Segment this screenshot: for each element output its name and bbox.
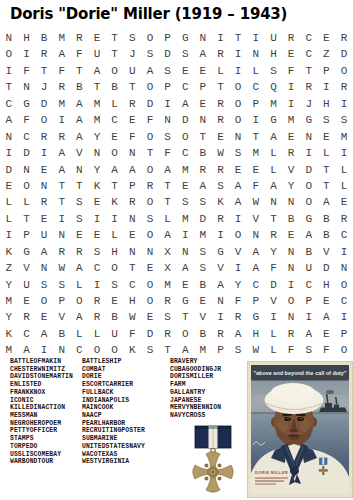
grid-cell[interactable]: D bbox=[141, 96, 159, 112]
grid-cell[interactable]: S bbox=[159, 309, 177, 325]
grid-cell[interactable]: U bbox=[88, 46, 106, 62]
grid-cell[interactable]: C bbox=[71, 342, 89, 358]
grid-cell[interactable]: O bbox=[229, 112, 247, 128]
grid-cell[interactable]: C bbox=[106, 112, 124, 128]
grid-cell[interactable]: O bbox=[88, 342, 106, 358]
grid-cell[interactable]: E bbox=[318, 326, 336, 342]
grid-cell[interactable]: O bbox=[106, 145, 124, 161]
grid-cell[interactable]: A bbox=[35, 326, 53, 342]
grid-cell[interactable]: S bbox=[194, 244, 212, 260]
grid-cell[interactable]: S bbox=[35, 277, 53, 293]
grid-cell[interactable]: B bbox=[318, 211, 336, 227]
grid-cell[interactable]: Z bbox=[0, 260, 18, 276]
grid-cell[interactable]: N bbox=[53, 227, 71, 243]
grid-cell[interactable]: I bbox=[212, 30, 230, 46]
grid-cell[interactable]: M bbox=[176, 211, 194, 227]
grid-cell[interactable]: I bbox=[335, 145, 353, 161]
grid-cell[interactable]: N bbox=[194, 30, 212, 46]
grid-cell[interactable]: T bbox=[300, 63, 318, 79]
grid-cell[interactable]: M bbox=[176, 162, 194, 178]
grid-cell[interactable]: L bbox=[335, 178, 353, 194]
grid-cell[interactable]: P bbox=[53, 293, 71, 309]
grid-cell[interactable]: A bbox=[318, 194, 336, 210]
grid-cell[interactable]: B bbox=[71, 79, 89, 95]
grid-cell[interactable]: C bbox=[176, 79, 194, 95]
grid-cell[interactable]: S bbox=[141, 211, 159, 227]
grid-cell[interactable]: I bbox=[53, 112, 71, 128]
grid-cell[interactable]: H bbox=[106, 244, 124, 260]
grid-cell[interactable]: N bbox=[0, 30, 18, 46]
grid-cell[interactable]: R bbox=[35, 194, 53, 210]
grid-cell[interactable]: K bbox=[88, 178, 106, 194]
grid-cell[interactable]: R bbox=[335, 30, 353, 46]
grid-cell[interactable]: S bbox=[176, 194, 194, 210]
grid-cell[interactable]: B bbox=[318, 227, 336, 243]
grid-cell[interactable]: N bbox=[176, 244, 194, 260]
grid-cell[interactable]: L bbox=[159, 211, 177, 227]
grid-cell[interactable]: N bbox=[18, 162, 36, 178]
grid-cell[interactable]: R bbox=[159, 326, 177, 342]
grid-cell[interactable]: G bbox=[176, 30, 194, 46]
grid-cell[interactable]: I bbox=[247, 112, 265, 128]
grid-cell[interactable]: I bbox=[229, 211, 247, 227]
grid-cell[interactable]: N bbox=[88, 145, 106, 161]
grid-cell[interactable]: E bbox=[318, 293, 336, 309]
grid-cell[interactable]: M bbox=[53, 30, 71, 46]
grid-cell[interactable]: I bbox=[212, 227, 230, 243]
grid-cell[interactable]: N bbox=[282, 260, 300, 276]
grid-cell[interactable]: G bbox=[300, 211, 318, 227]
grid-cell[interactable]: S bbox=[212, 178, 230, 194]
grid-cell[interactable]: L bbox=[212, 63, 230, 79]
grid-cell[interactable]: R bbox=[212, 326, 230, 342]
grid-cell[interactable]: L bbox=[18, 194, 36, 210]
grid-cell[interactable]: S bbox=[88, 244, 106, 260]
grid-cell[interactable]: Z bbox=[318, 46, 336, 62]
grid-cell[interactable]: N bbox=[247, 227, 265, 243]
grid-cell[interactable]: F bbox=[18, 63, 36, 79]
grid-cell[interactable]: E bbox=[141, 309, 159, 325]
grid-cell[interactable]: I bbox=[0, 145, 18, 161]
grid-cell[interactable]: N bbox=[212, 293, 230, 309]
grid-cell[interactable]: P bbox=[123, 178, 141, 194]
grid-cell[interactable]: O bbox=[106, 342, 124, 358]
grid-cell[interactable]: L bbox=[71, 277, 89, 293]
grid-cell[interactable]: O bbox=[282, 293, 300, 309]
grid-cell[interactable]: F bbox=[18, 112, 36, 128]
grid-cell[interactable]: I bbox=[176, 227, 194, 243]
grid-cell[interactable]: T bbox=[35, 63, 53, 79]
grid-cell[interactable]: R bbox=[71, 244, 89, 260]
grid-cell[interactable]: R bbox=[335, 211, 353, 227]
grid-cell[interactable]: H bbox=[123, 293, 141, 309]
grid-cell[interactable]: E bbox=[318, 30, 336, 46]
grid-cell[interactable]: L bbox=[106, 227, 124, 243]
grid-cell[interactable]: D bbox=[35, 96, 53, 112]
grid-cell[interactable]: G bbox=[300, 112, 318, 128]
grid-cell[interactable]: P bbox=[159, 30, 177, 46]
grid-cell[interactable]: B bbox=[106, 79, 124, 95]
grid-cell[interactable]: P bbox=[194, 79, 212, 95]
grid-cell[interactable]: A bbox=[53, 145, 71, 161]
grid-cell[interactable]: E bbox=[194, 293, 212, 309]
grid-cell[interactable]: L bbox=[265, 162, 283, 178]
grid-cell[interactable]: C bbox=[335, 227, 353, 243]
grid-cell[interactable]: R bbox=[35, 46, 53, 62]
grid-cell[interactable]: R bbox=[88, 293, 106, 309]
grid-cell[interactable]: P bbox=[212, 342, 230, 358]
grid-cell[interactable]: I bbox=[106, 211, 124, 227]
grid-cell[interactable]: F bbox=[159, 145, 177, 161]
grid-cell[interactable]: N bbox=[300, 129, 318, 145]
grid-cell[interactable]: K bbox=[123, 342, 141, 358]
grid-cell[interactable]: S bbox=[141, 46, 159, 62]
grid-cell[interactable]: I bbox=[335, 309, 353, 325]
grid-cell[interactable]: I bbox=[35, 145, 53, 161]
grid-cell[interactable]: E bbox=[35, 309, 53, 325]
grid-cell[interactable]: U bbox=[123, 63, 141, 79]
grid-cell[interactable]: B bbox=[194, 277, 212, 293]
grid-cell[interactable]: T bbox=[318, 178, 336, 194]
grid-cell[interactable]: T bbox=[106, 30, 124, 46]
grid-cell[interactable]: R bbox=[282, 326, 300, 342]
grid-cell[interactable]: F bbox=[123, 326, 141, 342]
grid-cell[interactable]: R bbox=[265, 227, 283, 243]
grid-cell[interactable]: S bbox=[71, 211, 89, 227]
grid-cell[interactable]: T bbox=[53, 178, 71, 194]
grid-cell[interactable]: S bbox=[53, 277, 71, 293]
grid-cell[interactable]: G bbox=[18, 96, 36, 112]
grid-cell[interactable]: A bbox=[247, 244, 265, 260]
grid-cell[interactable]: O bbox=[71, 293, 89, 309]
grid-cell[interactable]: V bbox=[18, 260, 36, 276]
grid-cell[interactable]: C bbox=[300, 30, 318, 46]
grid-cell[interactable]: D bbox=[335, 46, 353, 62]
grid-cell[interactable]: F bbox=[123, 129, 141, 145]
grid-cell[interactable]: I bbox=[35, 342, 53, 358]
grid-cell[interactable]: A bbox=[0, 112, 18, 128]
grid-cell[interactable]: N bbox=[282, 244, 300, 260]
grid-cell[interactable]: O bbox=[141, 79, 159, 95]
grid-cell[interactable]: A bbox=[300, 227, 318, 243]
grid-cell[interactable]: O bbox=[35, 293, 53, 309]
grid-cell[interactable]: T bbox=[18, 211, 36, 227]
grid-cell[interactable]: G bbox=[265, 112, 283, 128]
grid-cell[interactable]: Y bbox=[229, 277, 247, 293]
grid-cell[interactable]: M bbox=[335, 129, 353, 145]
grid-cell[interactable]: M bbox=[0, 342, 18, 358]
grid-cell[interactable]: C bbox=[18, 326, 36, 342]
grid-cell[interactable]: N bbox=[0, 129, 18, 145]
grid-cell[interactable]: Y bbox=[88, 162, 106, 178]
grid-cell[interactable]: W bbox=[123, 309, 141, 325]
grid-cell[interactable]: O bbox=[229, 227, 247, 243]
grid-cell[interactable]: K bbox=[212, 194, 230, 210]
grid-cell[interactable]: M bbox=[0, 293, 18, 309]
grid-cell[interactable]: A bbox=[71, 112, 89, 128]
grid-cell[interactable]: E bbox=[176, 178, 194, 194]
grid-cell[interactable]: C bbox=[176, 145, 194, 161]
grid-cell[interactable]: H bbox=[318, 277, 336, 293]
grid-cell[interactable]: O bbox=[176, 129, 194, 145]
grid-cell[interactable]: T bbox=[53, 194, 71, 210]
grid-cell[interactable]: U bbox=[265, 30, 283, 46]
grid-cell[interactable]: H bbox=[247, 326, 265, 342]
grid-cell[interactable]: D bbox=[265, 277, 283, 293]
grid-cell[interactable]: I bbox=[335, 244, 353, 260]
grid-cell[interactable]: A bbox=[229, 178, 247, 194]
grid-cell[interactable]: T bbox=[123, 79, 141, 95]
grid-cell[interactable]: N bbox=[123, 145, 141, 161]
grid-cell[interactable]: O bbox=[300, 194, 318, 210]
grid-cell[interactable]: R bbox=[212, 46, 230, 62]
grid-cell[interactable]: R bbox=[53, 79, 71, 95]
grid-cell[interactable]: I bbox=[265, 309, 283, 325]
grid-cell[interactable]: A bbox=[159, 162, 177, 178]
grid-cell[interactable]: P bbox=[18, 227, 36, 243]
grid-cell[interactable]: N bbox=[123, 211, 141, 227]
grid-cell[interactable]: B bbox=[282, 211, 300, 227]
grid-cell[interactable]: D bbox=[0, 162, 18, 178]
grid-cell[interactable]: O bbox=[335, 277, 353, 293]
grid-cell[interactable]: O bbox=[176, 326, 194, 342]
grid-cell[interactable]: H bbox=[18, 30, 36, 46]
grid-cell[interactable]: S bbox=[123, 30, 141, 46]
grid-cell[interactable]: G bbox=[18, 244, 36, 260]
grid-cell[interactable]: R bbox=[194, 162, 212, 178]
grid-cell[interactable]: S bbox=[106, 277, 124, 293]
grid-cell[interactable]: E bbox=[0, 178, 18, 194]
grid-cell[interactable]: V bbox=[229, 244, 247, 260]
grid-cell[interactable]: C bbox=[335, 293, 353, 309]
grid-cell[interactable]: P bbox=[335, 326, 353, 342]
grid-cell[interactable]: R bbox=[212, 112, 230, 128]
grid-cell[interactable]: I bbox=[300, 309, 318, 325]
grid-cell[interactable]: Y bbox=[88, 129, 106, 145]
grid-cell[interactable]: A bbox=[123, 162, 141, 178]
grid-cell[interactable]: A bbox=[106, 162, 124, 178]
grid-cell[interactable]: R bbox=[123, 194, 141, 210]
grid-cell[interactable]: E bbox=[88, 227, 106, 243]
grid-cell[interactable]: A bbox=[141, 63, 159, 79]
grid-cell[interactable]: A bbox=[35, 244, 53, 260]
grid-cell[interactable]: A bbox=[71, 96, 89, 112]
grid-cell[interactable]: D bbox=[318, 260, 336, 276]
grid-cell[interactable]: S bbox=[194, 194, 212, 210]
grid-cell[interactable]: I bbox=[212, 309, 230, 325]
grid-cell[interactable]: N bbox=[282, 194, 300, 210]
grid-cell[interactable]: O bbox=[141, 194, 159, 210]
grid-cell[interactable]: D bbox=[141, 326, 159, 342]
grid-cell[interactable]: D bbox=[159, 46, 177, 62]
grid-cell[interactable]: K bbox=[106, 194, 124, 210]
grid-cell[interactable]: A bbox=[71, 260, 89, 276]
grid-cell[interactable]: A bbox=[71, 129, 89, 145]
grid-cell[interactable]: V bbox=[282, 162, 300, 178]
grid-cell[interactable]: E bbox=[176, 63, 194, 79]
grid-cell[interactable]: M bbox=[159, 277, 177, 293]
grid-cell[interactable]: E bbox=[318, 129, 336, 145]
grid-cell[interactable]: P bbox=[300, 293, 318, 309]
grid-cell[interactable]: L bbox=[0, 194, 18, 210]
grid-cell[interactable]: H bbox=[265, 46, 283, 62]
grid-cell[interactable]: B bbox=[53, 326, 71, 342]
grid-cell[interactable]: U bbox=[300, 260, 318, 276]
grid-cell[interactable]: O bbox=[141, 162, 159, 178]
grid-cell[interactable]: R bbox=[141, 178, 159, 194]
grid-cell[interactable]: A bbox=[176, 96, 194, 112]
grid-cell[interactable]: W bbox=[247, 194, 265, 210]
grid-cell[interactable]: T bbox=[212, 79, 230, 95]
grid-cell[interactable]: I bbox=[229, 260, 247, 276]
grid-cell[interactable]: N bbox=[71, 162, 89, 178]
grid-cell[interactable]: M bbox=[194, 342, 212, 358]
grid-cell[interactable]: I bbox=[318, 79, 336, 95]
grid-cell[interactable]: P bbox=[247, 96, 265, 112]
grid-cell[interactable]: A bbox=[300, 326, 318, 342]
grid-cell[interactable]: N bbox=[35, 260, 53, 276]
grid-cell[interactable]: R bbox=[35, 129, 53, 145]
grid-cell[interactable]: U bbox=[35, 227, 53, 243]
grid-cell[interactable]: R bbox=[282, 145, 300, 161]
grid-cell[interactable]: L bbox=[265, 326, 283, 342]
grid-cell[interactable]: O bbox=[106, 260, 124, 276]
grid-cell[interactable]: A bbox=[53, 162, 71, 178]
grid-cell[interactable]: R bbox=[88, 309, 106, 325]
grid-cell[interactable]: E bbox=[106, 129, 124, 145]
grid-cell[interactable]: R bbox=[159, 293, 177, 309]
grid-cell[interactable]: F bbox=[141, 112, 159, 128]
grid-cell[interactable]: T bbox=[88, 79, 106, 95]
grid-cell[interactable]: A bbox=[229, 194, 247, 210]
grid-cell[interactable]: S bbox=[194, 260, 212, 276]
grid-cell[interactable]: M bbox=[282, 112, 300, 128]
grid-cell[interactable]: Y bbox=[265, 244, 283, 260]
grid-cell[interactable]: P bbox=[247, 293, 265, 309]
grid-cell[interactable]: F bbox=[247, 178, 265, 194]
grid-cell[interactable]: A bbox=[88, 63, 106, 79]
grid-cell[interactable]: I bbox=[88, 211, 106, 227]
grid-cell[interactable]: R bbox=[212, 96, 230, 112]
grid-cell[interactable]: B bbox=[300, 244, 318, 260]
grid-cell[interactable]: E bbox=[35, 162, 53, 178]
grid-cell[interactable]: O bbox=[141, 277, 159, 293]
grid-cell[interactable]: A bbox=[53, 46, 71, 62]
grid-cell[interactable]: A bbox=[265, 178, 283, 194]
grid-cell[interactable]: E bbox=[123, 227, 141, 243]
grid-cell[interactable]: T bbox=[159, 342, 177, 358]
grid-cell[interactable]: U bbox=[18, 277, 36, 293]
grid-cell[interactable]: O bbox=[141, 227, 159, 243]
grid-cell[interactable]: I bbox=[229, 46, 247, 62]
grid-cell[interactable]: S bbox=[318, 112, 336, 128]
grid-cell[interactable]: G bbox=[176, 293, 194, 309]
grid-cell[interactable]: R bbox=[335, 79, 353, 95]
grid-cell[interactable]: K bbox=[0, 326, 18, 342]
grid-cell[interactable]: Y bbox=[0, 309, 18, 325]
grid-cell[interactable]: L bbox=[335, 162, 353, 178]
grid-cell[interactable]: O bbox=[0, 46, 18, 62]
grid-cell[interactable]: E bbox=[106, 293, 124, 309]
grid-cell[interactable]: T bbox=[194, 129, 212, 145]
grid-cell[interactable]: E bbox=[35, 211, 53, 227]
grid-cell[interactable]: F bbox=[265, 260, 283, 276]
grid-cell[interactable]: F bbox=[318, 342, 336, 358]
grid-cell[interactable]: V bbox=[318, 244, 336, 260]
grid-cell[interactable]: N bbox=[265, 194, 283, 210]
grid-cell[interactable]: I bbox=[282, 96, 300, 112]
grid-cell[interactable]: D bbox=[18, 145, 36, 161]
grid-cell[interactable]: D bbox=[300, 162, 318, 178]
grid-cell[interactable]: N bbox=[335, 260, 353, 276]
grid-cell[interactable]: E bbox=[247, 162, 265, 178]
grid-cell[interactable]: R bbox=[18, 309, 36, 325]
grid-cell[interactable]: C bbox=[300, 46, 318, 62]
grid-cell[interactable]: T bbox=[106, 178, 124, 194]
grid-cell[interactable]: E bbox=[176, 277, 194, 293]
grid-cell[interactable]: I bbox=[53, 211, 71, 227]
grid-cell[interactable]: I bbox=[282, 79, 300, 95]
grid-cell[interactable]: X bbox=[159, 244, 177, 260]
grid-cell[interactable]: J bbox=[300, 96, 318, 112]
grid-cell[interactable]: A bbox=[18, 342, 36, 358]
grid-cell[interactable]: A bbox=[265, 129, 283, 145]
grid-cell[interactable]: K bbox=[0, 244, 18, 260]
grid-cell[interactable]: A bbox=[212, 277, 230, 293]
grid-cell[interactable]: L bbox=[106, 96, 124, 112]
grid-cell[interactable]: A bbox=[194, 178, 212, 194]
grid-cell[interactable]: T bbox=[71, 178, 89, 194]
grid-cell[interactable]: A bbox=[159, 227, 177, 243]
grid-cell[interactable]: D bbox=[176, 112, 194, 128]
grid-cell[interactable]: T bbox=[0, 79, 18, 95]
grid-cell[interactable]: M bbox=[194, 227, 212, 243]
grid-cell[interactable]: S bbox=[265, 63, 283, 79]
grid-cell[interactable]: M bbox=[247, 145, 265, 161]
grid-cell[interactable]: O bbox=[141, 129, 159, 145]
grid-cell[interactable]: O bbox=[335, 342, 353, 358]
grid-cell[interactable]: E bbox=[282, 46, 300, 62]
grid-cell[interactable]: Q bbox=[265, 79, 283, 95]
grid-cell[interactable]: E bbox=[194, 96, 212, 112]
grid-cell[interactable]: O bbox=[18, 178, 36, 194]
grid-cell[interactable]: W bbox=[212, 145, 230, 161]
grid-cell[interactable]: T bbox=[106, 46, 124, 62]
grid-cell[interactable]: E bbox=[123, 112, 141, 128]
grid-cell[interactable]: T bbox=[247, 129, 265, 145]
grid-cell[interactable]: L bbox=[71, 326, 89, 342]
grid-cell[interactable]: J bbox=[123, 46, 141, 62]
grid-cell[interactable]: S bbox=[159, 63, 177, 79]
grid-cell[interactable]: N bbox=[229, 129, 247, 145]
grid-cell[interactable]: C bbox=[88, 260, 106, 276]
grid-cell[interactable]: F bbox=[71, 46, 89, 62]
grid-cell[interactable]: N bbox=[18, 79, 36, 95]
grid-cell[interactable]: O bbox=[300, 178, 318, 194]
grid-cell[interactable]: T bbox=[71, 63, 89, 79]
grid-cell[interactable]: E bbox=[88, 30, 106, 46]
grid-cell[interactable]: C bbox=[123, 277, 141, 293]
grid-cell[interactable]: A bbox=[71, 309, 89, 325]
grid-cell[interactable]: N bbox=[282, 309, 300, 325]
grid-cell[interactable]: V bbox=[71, 145, 89, 161]
grid-cell[interactable]: M bbox=[53, 96, 71, 112]
grid-cell[interactable]: E bbox=[282, 227, 300, 243]
grid-cell[interactable]: R bbox=[53, 129, 71, 145]
grid-cell[interactable]: G bbox=[212, 244, 230, 260]
grid-cell[interactable]: B bbox=[194, 326, 212, 342]
grid-cell[interactable]: L bbox=[247, 63, 265, 79]
